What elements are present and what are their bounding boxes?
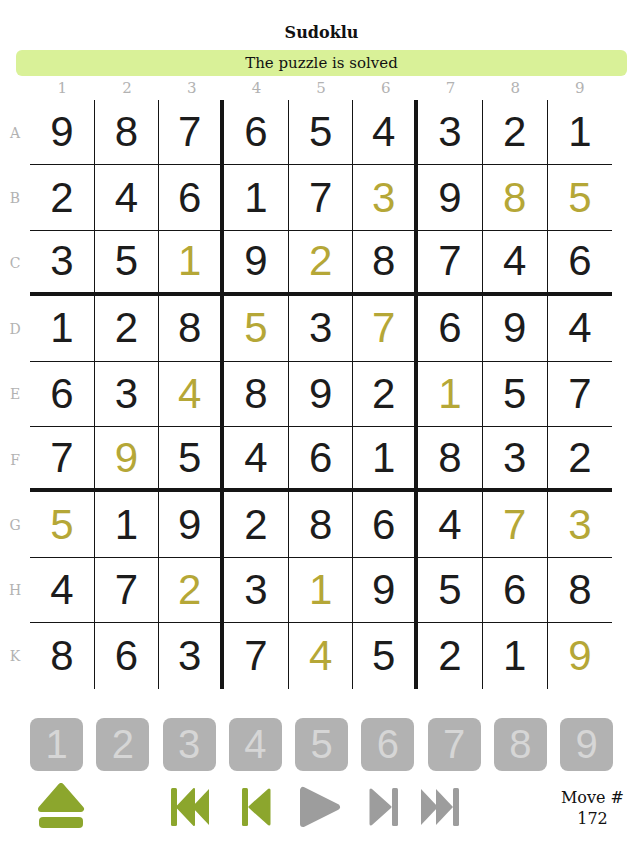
number-button-2[interactable]: 2 [96,718,149,771]
column-label-2: 2 [95,78,160,100]
number-button-6[interactable]: 6 [361,718,414,771]
cell-A9[interactable]: 1 [548,100,613,165]
cell-H7[interactable]: 5 [418,558,483,623]
cell-A7[interactable]: 3 [418,100,483,165]
cell-K3[interactable]: 3 [159,623,224,688]
cell-D5[interactable]: 3 [289,296,354,361]
cell-E5[interactable]: 9 [289,362,354,427]
number-button-5[interactable]: 5 [295,718,348,771]
cell-G7[interactable]: 4 [418,492,483,557]
cell-B1[interactable]: 2 [30,165,95,230]
cell-K7[interactable]: 2 [418,623,483,688]
cell-H9[interactable]: 8 [548,558,613,623]
cell-B3[interactable]: 6 [159,165,224,230]
cell-C6[interactable]: 8 [353,231,418,296]
cell-H3[interactable]: 2 [159,558,224,623]
cell-E2[interactable]: 3 [95,362,160,427]
cell-D4[interactable]: 5 [224,296,289,361]
cell-A8[interactable]: 2 [483,100,548,165]
cell-E8[interactable]: 5 [483,362,548,427]
cell-A4[interactable]: 6 [224,100,289,165]
app-title: Sudoklu [0,0,643,42]
cell-K4[interactable]: 7 [224,623,289,688]
cell-B7[interactable]: 9 [418,165,483,230]
cell-C1[interactable]: 3 [30,231,95,296]
move-counter-label: Move # [545,787,640,809]
cell-K8[interactable]: 1 [483,623,548,688]
column-label-4: 4 [224,78,289,100]
cell-D2[interactable]: 2 [95,296,160,361]
row-label-F: F [0,427,30,492]
cell-A1[interactable]: 9 [30,100,95,165]
cell-H4[interactable]: 3 [224,558,289,623]
cell-B9[interactable]: 5 [548,165,613,230]
eject-button[interactable] [36,783,86,829]
cell-G5[interactable]: 8 [289,492,354,557]
cell-G6[interactable]: 6 [353,492,418,557]
cell-A6[interactable]: 4 [353,100,418,165]
row-label-A: A [0,100,30,165]
column-label-7: 7 [418,78,483,100]
cell-C5[interactable]: 2 [289,231,354,296]
eject-icon [36,783,86,829]
number-button-8[interactable]: 8 [494,718,547,771]
row-label-E: E [0,362,30,427]
skip-to-start-icon [171,787,209,827]
column-label-3: 3 [159,78,224,100]
cell-F3[interactable]: 5 [159,427,224,492]
row-label-D: D [0,296,30,361]
row-label-B: B [0,165,30,230]
step-back-button[interactable] [242,787,271,827]
number-button-4[interactable]: 4 [229,718,282,771]
cell-A5[interactable]: 5 [289,100,354,165]
cell-H2[interactable]: 7 [95,558,160,623]
skip-to-end-button[interactable] [421,787,459,827]
row-label-H: H [0,558,30,623]
cell-D6[interactable]: 7 [353,296,418,361]
cell-G4[interactable]: 2 [224,492,289,557]
cell-C2[interactable]: 5 [95,231,160,296]
row-label-K: K [0,623,30,688]
column-label-8: 8 [483,78,548,100]
number-button-9[interactable]: 9 [560,718,613,771]
cell-G2[interactable]: 1 [95,492,160,557]
cell-H8[interactable]: 6 [483,558,548,623]
number-button-3[interactable]: 3 [163,718,216,771]
cell-C3[interactable]: 1 [159,231,224,296]
row-label-C: C [0,231,30,296]
row-label-G: G [0,492,30,557]
cell-G1[interactable]: 5 [30,492,95,557]
cell-C9[interactable]: 6 [548,231,613,296]
cell-B6[interactable]: 3 [353,165,418,230]
cell-F2[interactable]: 9 [95,427,160,492]
number-pad: 123456789 [30,718,613,771]
status-banner-text: The puzzle is solved [245,54,398,72]
sudoku-board: 123456789A987654321B246173985C351928746D… [0,78,643,689]
cell-F4[interactable]: 4 [224,427,289,492]
cell-B8[interactable]: 8 [483,165,548,230]
cell-D8[interactable]: 9 [483,296,548,361]
step-forward-icon [369,787,398,827]
play-button[interactable] [299,786,341,828]
cell-H6[interactable]: 9 [353,558,418,623]
cell-F5[interactable]: 6 [289,427,354,492]
column-label-1: 1 [30,78,95,100]
board-corner [0,78,30,100]
cell-G8[interactable]: 7 [483,492,548,557]
cell-E7[interactable]: 1 [418,362,483,427]
cell-C7[interactable]: 7 [418,231,483,296]
step-forward-button[interactable] [369,787,398,827]
cell-B4[interactable]: 1 [224,165,289,230]
column-label-6: 6 [353,78,418,100]
status-banner: The puzzle is solved [16,50,627,76]
column-label-9: 9 [548,78,613,100]
cell-D7[interactable]: 6 [418,296,483,361]
column-label-5: 5 [289,78,354,100]
cell-H1[interactable]: 4 [30,558,95,623]
cell-B2[interactable]: 4 [95,165,160,230]
cell-G3[interactable]: 9 [159,492,224,557]
cell-C4[interactable]: 9 [224,231,289,296]
cell-D3[interactable]: 8 [159,296,224,361]
cell-K5[interactable]: 4 [289,623,354,688]
cell-H5[interactable]: 1 [289,558,354,623]
cell-E9[interactable]: 7 [548,362,613,427]
cell-G9[interactable]: 3 [548,492,613,557]
skip-to-start-button[interactable] [171,787,209,827]
skip-to-end-icon [421,787,459,827]
cell-E3[interactable]: 4 [159,362,224,427]
cell-E1[interactable]: 6 [30,362,95,427]
cell-K9[interactable]: 9 [548,623,613,688]
cell-A3[interactable]: 7 [159,100,224,165]
cell-E4[interactable]: 8 [224,362,289,427]
cell-F8[interactable]: 3 [483,427,548,492]
cell-K2[interactable]: 6 [95,623,160,688]
cell-K6[interactable]: 5 [353,623,418,688]
cell-F9[interactable]: 2 [548,427,613,492]
cell-C8[interactable]: 4 [483,231,548,296]
cell-E6[interactable]: 2 [353,362,418,427]
number-button-1[interactable]: 1 [30,718,83,771]
cell-K1[interactable]: 8 [30,623,95,688]
cell-F6[interactable]: 1 [353,427,418,492]
move-counter-value: 172 [545,808,640,830]
cell-A2[interactable]: 8 [95,100,160,165]
cell-F1[interactable]: 7 [30,427,95,492]
cell-D9[interactable]: 4 [548,296,613,361]
step-back-icon [242,787,271,827]
move-counter: Move # 172 [545,787,640,830]
cell-D1[interactable]: 1 [30,296,95,361]
number-button-7[interactable]: 7 [428,718,481,771]
sudoklu-app: Sudoklu The puzzle is solved 123456789A9… [0,0,643,858]
play-icon [299,786,341,828]
playback-controls: Move # 172 [0,783,643,847]
cell-B5[interactable]: 7 [289,165,354,230]
cell-F7[interactable]: 8 [418,427,483,492]
